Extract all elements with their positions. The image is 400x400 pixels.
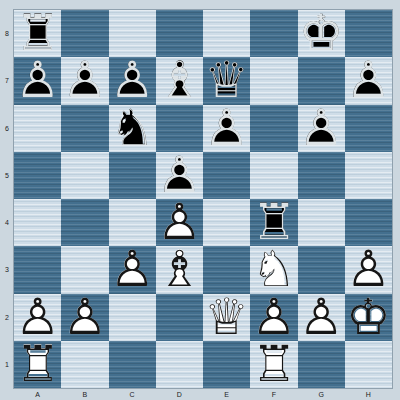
black-king-outline-glyph: ♔	[299, 10, 344, 57]
piece-white-rook[interactable]: ♜♖	[14, 341, 61, 388]
square-c2[interactable]	[109, 294, 156, 341]
file-label-e: E	[203, 389, 250, 400]
white-pawn-outline-glyph: ♙	[110, 246, 155, 293]
white-pawn-outline-glyph: ♙	[157, 199, 202, 246]
piece-white-queen[interactable]: ♛♕	[203, 294, 250, 341]
chess-board[interactable]: ♜♖♚♔♟♙♟♙♟♙♝♗♛♕♟♙♞♘♟♙♟♙♟♙♟♙♜♖♟♙♝♗♞♘♟♙♟♙♟♙…	[14, 10, 392, 388]
square-h1[interactable]	[345, 341, 392, 388]
piece-white-pawn[interactable]: ♟♙	[156, 199, 203, 246]
black-pawn-outline-glyph: ♙	[346, 57, 391, 104]
square-b6[interactable]	[61, 105, 108, 152]
square-h6[interactable]	[345, 105, 392, 152]
rank-label-1: 1	[0, 341, 14, 388]
square-e4[interactable]	[203, 199, 250, 246]
square-a4[interactable]	[14, 199, 61, 246]
file-label-a: A	[14, 389, 61, 400]
file-label-f: F	[250, 389, 297, 400]
piece-white-rook[interactable]: ♜♖	[250, 341, 297, 388]
square-e6[interactable]: ♟♙	[203, 105, 250, 152]
white-bishop-outline-glyph: ♗	[157, 246, 202, 293]
file-label-h: H	[345, 389, 392, 400]
white-queen-outline-glyph: ♕	[204, 294, 249, 341]
square-d6[interactable]	[156, 105, 203, 152]
file-labels: ABCDEFGH	[14, 389, 392, 400]
square-c1[interactable]	[109, 341, 156, 388]
white-pawn-outline-glyph: ♙	[299, 294, 344, 341]
square-c5[interactable]	[109, 152, 156, 199]
piece-black-rook[interactable]: ♜♖	[250, 199, 297, 246]
square-g3[interactable]	[298, 246, 345, 293]
square-g1[interactable]	[298, 341, 345, 388]
square-b1[interactable]	[61, 341, 108, 388]
white-king-outline-glyph: ♔	[346, 294, 391, 341]
square-f4[interactable]: ♜♖	[250, 199, 297, 246]
square-h3[interactable]: ♟♙	[345, 246, 392, 293]
square-h7[interactable]: ♟♙	[345, 57, 392, 104]
black-pawn-outline-glyph: ♙	[157, 152, 202, 199]
piece-black-rook[interactable]: ♜♖	[14, 10, 61, 57]
rank-label-5: 5	[0, 152, 14, 199]
square-e3[interactable]	[203, 246, 250, 293]
white-knight-outline-glyph: ♘	[251, 246, 296, 293]
square-f5[interactable]	[250, 152, 297, 199]
rank-labels: 87654321	[0, 10, 14, 388]
white-pawn-outline-glyph: ♙	[346, 246, 391, 293]
square-f7[interactable]	[250, 57, 297, 104]
piece-white-knight[interactable]: ♞♘	[250, 246, 297, 293]
piece-black-pawn[interactable]: ♟♙	[203, 105, 250, 152]
square-h5[interactable]	[345, 152, 392, 199]
rank-label-3: 3	[0, 246, 14, 293]
piece-white-pawn[interactable]: ♟♙	[14, 294, 61, 341]
piece-black-king[interactable]: ♚♔	[298, 10, 345, 57]
square-g8[interactable]: ♚♔	[298, 10, 345, 57]
square-c3[interactable]: ♟♙	[109, 246, 156, 293]
rank-label-7: 7	[0, 57, 14, 104]
square-f8[interactable]	[250, 10, 297, 57]
square-d7[interactable]: ♝♗	[156, 57, 203, 104]
black-pawn-outline-glyph: ♙	[299, 105, 344, 152]
piece-white-pawn[interactable]: ♟♙	[109, 246, 156, 293]
square-f3[interactable]: ♞♘	[250, 246, 297, 293]
white-pawn-outline-glyph: ♙	[62, 294, 107, 341]
square-h4[interactable]	[345, 199, 392, 246]
square-g6[interactable]: ♟♙	[298, 105, 345, 152]
square-d8[interactable]	[156, 10, 203, 57]
square-d4[interactable]: ♟♙	[156, 199, 203, 246]
square-a8[interactable]: ♜♖	[14, 10, 61, 57]
square-f6[interactable]	[250, 105, 297, 152]
file-label-d: D	[156, 389, 203, 400]
square-a6[interactable]	[14, 105, 61, 152]
piece-black-pawn[interactable]: ♟♙	[345, 57, 392, 104]
piece-white-bishop[interactable]: ♝♗	[156, 246, 203, 293]
rank-label-4: 4	[0, 199, 14, 246]
square-e5[interactable]	[203, 152, 250, 199]
square-h8[interactable]	[345, 10, 392, 57]
black-pawn-outline-glyph: ♙	[15, 57, 60, 104]
file-label-b: B	[61, 389, 108, 400]
piece-black-pawn[interactable]: ♟♙	[298, 105, 345, 152]
square-c7[interactable]: ♟♙	[109, 57, 156, 104]
square-b2[interactable]: ♟♙	[61, 294, 108, 341]
piece-white-pawn[interactable]: ♟♙	[61, 294, 108, 341]
square-b7[interactable]: ♟♙	[61, 57, 108, 104]
square-a5[interactable]	[14, 152, 61, 199]
file-label-c: C	[109, 389, 156, 400]
square-c4[interactable]	[109, 199, 156, 246]
square-c6[interactable]: ♞♘	[109, 105, 156, 152]
black-pawn-outline-glyph: ♙	[62, 57, 107, 104]
rank-label-2: 2	[0, 294, 14, 341]
square-d2[interactable]	[156, 294, 203, 341]
square-b5[interactable]	[61, 152, 108, 199]
black-rook-outline-glyph: ♖	[15, 10, 60, 57]
black-bishop-outline-glyph: ♗	[157, 57, 202, 104]
square-e2[interactable]: ♛♕	[203, 294, 250, 341]
square-d3[interactable]: ♝♗	[156, 246, 203, 293]
file-label-g: G	[298, 389, 345, 400]
square-f1[interactable]: ♜♖	[250, 341, 297, 388]
square-d5[interactable]: ♟♙	[156, 152, 203, 199]
black-pawn-outline-glyph: ♙	[204, 105, 249, 152]
black-pawn-outline-glyph: ♙	[110, 57, 155, 104]
square-g2[interactable]: ♟♙	[298, 294, 345, 341]
piece-black-pawn[interactable]: ♟♙	[14, 57, 61, 104]
square-h2[interactable]: ♚♔	[345, 294, 392, 341]
square-a2[interactable]: ♟♙	[14, 294, 61, 341]
white-pawn-outline-glyph: ♙	[15, 294, 60, 341]
square-f2[interactable]: ♟♙	[250, 294, 297, 341]
square-e7[interactable]: ♛♕	[203, 57, 250, 104]
square-e8[interactable]	[203, 10, 250, 57]
black-knight-outline-glyph: ♘	[110, 105, 155, 152]
black-rook-outline-glyph: ♖	[251, 199, 296, 246]
white-rook-outline-glyph: ♖	[15, 341, 60, 388]
piece-black-pawn[interactable]: ♟♙	[61, 57, 108, 104]
piece-white-pawn[interactable]: ♟♙	[298, 294, 345, 341]
black-queen-outline-glyph: ♕	[204, 57, 249, 104]
piece-black-bishop[interactable]: ♝♗	[156, 57, 203, 104]
square-b8[interactable]	[61, 10, 108, 57]
chessboard-app: 87654321 ♜♖♚♔♟♙♟♙♟♙♝♗♛♕♟♙♞♘♟♙♟♙♟♙♟♙♜♖♟♙♝…	[0, 0, 400, 400]
piece-white-king[interactable]: ♚♔	[345, 294, 392, 341]
rank-label-6: 6	[0, 105, 14, 152]
piece-white-pawn[interactable]: ♟♙	[250, 294, 297, 341]
rank-label-8: 8	[0, 10, 14, 57]
white-pawn-outline-glyph: ♙	[251, 294, 296, 341]
square-b4[interactable]	[61, 199, 108, 246]
white-rook-outline-glyph: ♖	[251, 341, 296, 388]
piece-black-queen[interactable]: ♛♕	[203, 57, 250, 104]
piece-black-knight[interactable]: ♞♘	[109, 105, 156, 152]
square-a7[interactable]: ♟♙	[14, 57, 61, 104]
square-g7[interactable]	[298, 57, 345, 104]
square-a1[interactable]: ♜♖	[14, 341, 61, 388]
square-d1[interactable]	[156, 341, 203, 388]
piece-black-pawn[interactable]: ♟♙	[156, 152, 203, 199]
square-a3[interactable]	[14, 246, 61, 293]
square-c8[interactable]	[109, 10, 156, 57]
square-b3[interactable]	[61, 246, 108, 293]
piece-white-pawn[interactable]: ♟♙	[345, 246, 392, 293]
square-g4[interactable]	[298, 199, 345, 246]
piece-black-pawn[interactable]: ♟♙	[109, 57, 156, 104]
square-e1[interactable]	[203, 341, 250, 388]
square-g5[interactable]	[298, 152, 345, 199]
